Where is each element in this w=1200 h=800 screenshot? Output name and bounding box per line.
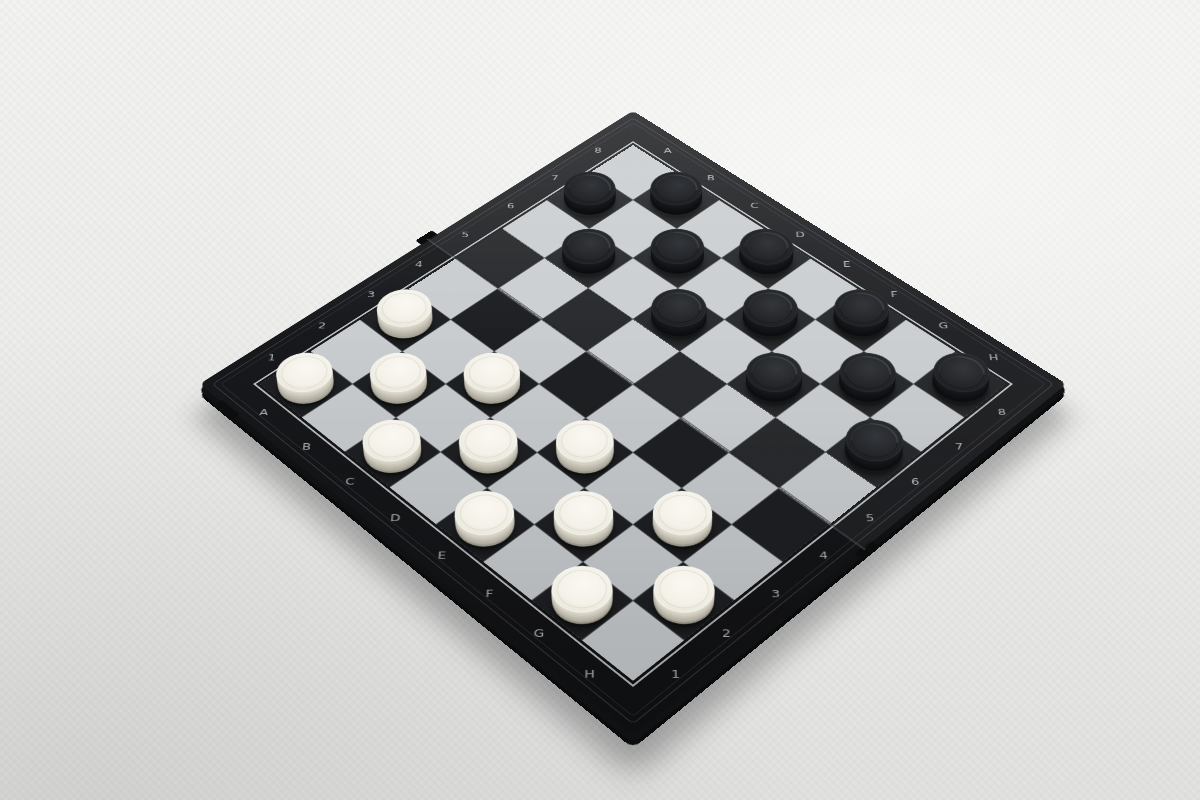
photo-scene: AA88BB77CC66DD55EE44FF33GG22HH11 bbox=[317, 68, 949, 700]
checkers-board: AA88BB77CC66DD55EE44FF33GG22HH11 bbox=[200, 111, 1067, 736]
